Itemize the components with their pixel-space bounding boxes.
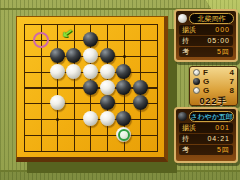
white-stone — [50, 95, 65, 110]
white-player-name: 北柴周作 — [189, 13, 234, 24]
black-stone — [83, 80, 98, 95]
time-label: 持 — [182, 134, 189, 144]
white-stone — [83, 111, 98, 126]
white-captures-row: 揚浜 000 — [179, 25, 233, 35]
captures-value: 000 — [215, 25, 230, 35]
cursor-arrow-icon: ↙ — [61, 24, 74, 40]
white-stone-icon — [178, 14, 187, 23]
black-stone — [133, 80, 148, 95]
black-stone — [100, 95, 115, 110]
white-stone-icon — [193, 69, 200, 76]
time-value: 04:21 — [207, 134, 230, 144]
white-stone — [50, 64, 65, 79]
think-value: 5回 — [217, 145, 230, 155]
black-stone — [100, 48, 115, 63]
move-history-panel: F4G7G8 022手 — [189, 66, 238, 106]
black-captures-row: 揚浜 001 — [179, 123, 233, 133]
think-label: 考 — [182, 145, 189, 155]
move-history-row: F4 — [193, 68, 234, 77]
black-stone — [66, 48, 81, 63]
move-history-row: G8 — [193, 86, 234, 95]
think-value: 5回 — [217, 47, 230, 57]
move-history-row: G7 — [193, 77, 234, 86]
go-board: ↙ — [16, 16, 168, 162]
black-stone — [116, 111, 131, 126]
black-stone — [116, 64, 131, 79]
move-letter: G — [203, 86, 227, 95]
black-stone — [133, 95, 148, 110]
move-count: 022手 — [193, 95, 234, 106]
star-point — [56, 118, 59, 121]
black-think-row: 考 5回 — [179, 145, 233, 155]
black-time-row: 持 04:21 — [179, 134, 233, 144]
move-number: 7 — [230, 77, 234, 86]
white-player-panel: 北柴周作 揚浜 000 持 05:00 考 5回 — [174, 9, 238, 62]
time-label: 持 — [182, 36, 189, 46]
move-list: F4G7G8 — [193, 68, 234, 95]
move-letter: F — [203, 68, 227, 77]
board-grid[interactable] — [24, 24, 158, 152]
star-point — [123, 55, 126, 58]
captures-label: 揚浜 — [182, 123, 196, 133]
black-player-panel: さわやか五郎 揚浜 001 持 04:21 考 5回 — [174, 107, 238, 163]
white-time-row: 持 05:00 — [179, 36, 233, 46]
move-number: 4 — [230, 68, 234, 77]
white-stone — [66, 64, 81, 79]
black-stone — [116, 80, 131, 95]
black-stone-icon — [193, 78, 200, 85]
captures-label: 揚浜 — [182, 25, 196, 35]
pink-circle-marker — [33, 32, 49, 48]
move-letter: G — [203, 77, 227, 86]
move-number: 8 — [230, 86, 234, 95]
time-value: 05:00 — [207, 36, 230, 46]
last-move-green-ring — [118, 129, 130, 141]
tatami-lower-band — [0, 172, 240, 180]
white-stone — [83, 48, 98, 63]
white-stone — [83, 64, 98, 79]
captures-value: 001 — [215, 123, 230, 133]
white-stone-icon — [193, 87, 200, 94]
white-stone — [100, 64, 115, 79]
think-label: 考 — [182, 47, 189, 57]
white-stone — [100, 80, 115, 95]
white-think-row: 考 5回 — [179, 47, 233, 57]
black-player-name: さわやか五郎 — [189, 111, 234, 122]
black-stone-icon — [178, 112, 187, 121]
black-stone — [50, 48, 65, 63]
white-stone — [100, 111, 115, 126]
black-stone — [83, 32, 98, 47]
